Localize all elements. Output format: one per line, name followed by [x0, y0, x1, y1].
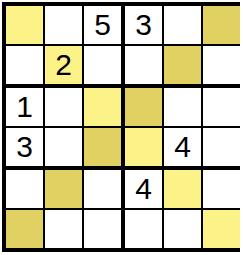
cell-r3c1-given-1[interactable]: 1	[6, 88, 45, 128]
cell-r3c3-empty[interactable]	[84, 88, 125, 128]
cell-r4c1-given-3[interactable]: 3	[6, 128, 45, 170]
cell-r6c2-empty[interactable]	[45, 210, 84, 248]
cell-r4c5-given-4[interactable]: 4	[164, 128, 203, 170]
cell-r4c4-empty[interactable]	[125, 128, 164, 170]
cell-r3c5-empty[interactable]	[164, 88, 203, 128]
cell-r1c6-empty[interactable]	[203, 6, 240, 46]
cell-r1c1-empty[interactable]	[6, 6, 45, 46]
cell-r1c4-given-3[interactable]: 3	[125, 6, 164, 46]
cell-r2c1-empty[interactable]	[6, 46, 45, 88]
cell-r6c6-empty[interactable]	[203, 210, 240, 248]
cell-r4c2-empty[interactable]	[45, 128, 84, 170]
page: 5321344	[0, 0, 243, 252]
cell-r2c3-empty[interactable]	[84, 46, 125, 88]
cell-r5c5-empty[interactable]	[164, 170, 203, 210]
cell-r2c4-empty[interactable]	[125, 46, 164, 88]
cell-r4c3-empty[interactable]	[84, 128, 125, 170]
cell-r6c4-empty[interactable]	[125, 210, 164, 248]
cell-r1c3-given-5[interactable]: 5	[84, 6, 125, 46]
cell-r5c1-empty[interactable]	[6, 170, 45, 210]
cell-r5c2-empty[interactable]	[45, 170, 84, 210]
cell-r1c5-empty[interactable]	[164, 6, 203, 46]
cell-r6c3-empty[interactable]	[84, 210, 125, 248]
cell-r4c6-empty[interactable]	[203, 128, 240, 170]
cell-r6c5-empty[interactable]	[164, 210, 203, 248]
cell-r2c5-empty[interactable]	[164, 46, 203, 88]
cell-r3c4-empty[interactable]	[125, 88, 164, 128]
cell-r2c2-given-2[interactable]: 2	[45, 46, 84, 88]
cell-r5c6-empty[interactable]	[203, 170, 240, 210]
sudoku-board: 5321344	[2, 2, 240, 252]
cell-r6c1-empty[interactable]	[6, 210, 45, 248]
cell-r2c6-empty[interactable]	[203, 46, 240, 88]
cell-r3c2-empty[interactable]	[45, 88, 84, 128]
cell-r1c2-empty[interactable]	[45, 6, 84, 46]
cell-r5c3-empty[interactable]	[84, 170, 125, 210]
cell-r3c6-empty[interactable]	[203, 88, 240, 128]
cell-r5c4-given-4[interactable]: 4	[125, 170, 164, 210]
